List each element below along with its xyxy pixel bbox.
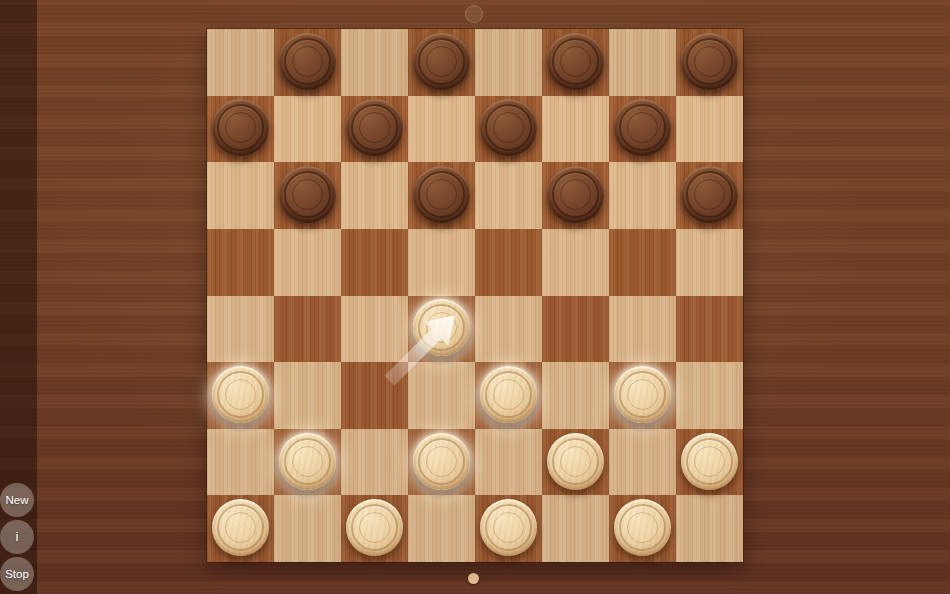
dark-piece[interactable] bbox=[681, 33, 738, 90]
square-r8c6[interactable] bbox=[542, 495, 609, 562]
square-r5c6[interactable] bbox=[542, 296, 609, 363]
square-r1c7[interactable] bbox=[609, 29, 676, 96]
square-r4c4[interactable] bbox=[408, 229, 475, 296]
white-piece[interactable] bbox=[413, 299, 470, 356]
white-piece[interactable] bbox=[279, 433, 336, 490]
square-r4c2[interactable] bbox=[274, 229, 341, 296]
white-piece[interactable] bbox=[212, 499, 269, 556]
square-r7c3[interactable] bbox=[341, 429, 408, 496]
square-r6c8[interactable] bbox=[676, 362, 743, 429]
white-piece[interactable] bbox=[547, 433, 604, 490]
square-r5c3[interactable] bbox=[341, 296, 408, 363]
square-r1c1[interactable] bbox=[207, 29, 274, 96]
square-r8c4[interactable] bbox=[408, 495, 475, 562]
top-handle-dot[interactable] bbox=[465, 5, 483, 23]
dark-piece[interactable] bbox=[413, 166, 470, 223]
square-r1c3[interactable] bbox=[341, 29, 408, 96]
white-piece[interactable] bbox=[413, 433, 470, 490]
dark-piece[interactable] bbox=[547, 166, 604, 223]
square-r4c8[interactable] bbox=[676, 229, 743, 296]
square-r5c8[interactable] bbox=[676, 296, 743, 363]
square-r6c6[interactable] bbox=[542, 362, 609, 429]
dark-piece[interactable] bbox=[413, 33, 470, 90]
white-piece[interactable] bbox=[480, 499, 537, 556]
white-piece[interactable] bbox=[346, 499, 403, 556]
square-r3c7[interactable] bbox=[609, 162, 676, 229]
square-r3c5[interactable] bbox=[475, 162, 542, 229]
square-r8c2[interactable] bbox=[274, 495, 341, 562]
square-r2c2[interactable] bbox=[274, 96, 341, 163]
square-r4c7[interactable] bbox=[609, 229, 676, 296]
square-r5c1[interactable] bbox=[207, 296, 274, 363]
square-r4c5[interactable] bbox=[475, 229, 542, 296]
stop-button[interactable]: Stop bbox=[0, 557, 34, 591]
square-r2c8[interactable] bbox=[676, 96, 743, 163]
checkers-board bbox=[207, 29, 743, 562]
new-game-button[interactable]: New bbox=[0, 483, 34, 517]
square-r6c4[interactable] bbox=[408, 362, 475, 429]
square-r4c6[interactable] bbox=[542, 229, 609, 296]
square-r4c1[interactable] bbox=[207, 229, 274, 296]
square-r6c2[interactable] bbox=[274, 362, 341, 429]
info-button[interactable]: i bbox=[0, 520, 34, 554]
square-r7c7[interactable] bbox=[609, 429, 676, 496]
square-r7c1[interactable] bbox=[207, 429, 274, 496]
square-r5c2[interactable] bbox=[274, 296, 341, 363]
white-piece[interactable] bbox=[614, 366, 671, 423]
white-piece[interactable] bbox=[480, 366, 537, 423]
dark-piece[interactable] bbox=[547, 33, 604, 90]
square-r2c4[interactable] bbox=[408, 96, 475, 163]
white-piece[interactable] bbox=[681, 433, 738, 490]
square-r4c3[interactable] bbox=[341, 229, 408, 296]
white-piece[interactable] bbox=[614, 499, 671, 556]
square-r2c6[interactable] bbox=[542, 96, 609, 163]
dark-piece[interactable] bbox=[279, 33, 336, 90]
square-r6c3[interactable] bbox=[341, 362, 408, 429]
square-r8c8[interactable] bbox=[676, 495, 743, 562]
square-r5c7[interactable] bbox=[609, 296, 676, 363]
square-r7c5[interactable] bbox=[475, 429, 542, 496]
bottom-handle-dot[interactable] bbox=[468, 573, 479, 584]
white-piece[interactable] bbox=[212, 366, 269, 423]
square-r3c3[interactable] bbox=[341, 162, 408, 229]
square-r1c5[interactable] bbox=[475, 29, 542, 96]
dark-piece[interactable] bbox=[279, 166, 336, 223]
dark-piece[interactable] bbox=[681, 166, 738, 223]
square-r5c5[interactable] bbox=[475, 296, 542, 363]
square-r3c1[interactable] bbox=[207, 162, 274, 229]
